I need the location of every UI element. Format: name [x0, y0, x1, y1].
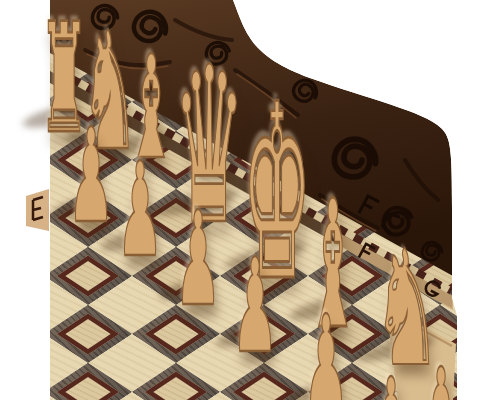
piece-white-pawn-6[interactable]: ♟ [368, 361, 415, 400]
piece-white-pawn-3[interactable]: ♟ [175, 194, 222, 324]
piece-white-pawn-2[interactable]: ♟ [117, 145, 164, 275]
piece-white-pawn-4[interactable]: ♟ [232, 241, 279, 371]
chess-set-photo: ♜♞♝♛♚♝♞♟♟♟♟♟♟♟ [0, 0, 500, 400]
piece-white-pawn-1[interactable]: ♟ [68, 111, 115, 241]
piece-white-pawn-5[interactable]: ♟ [303, 298, 350, 400]
piece-white-pawn-7[interactable]: ♟ [418, 351, 465, 400]
